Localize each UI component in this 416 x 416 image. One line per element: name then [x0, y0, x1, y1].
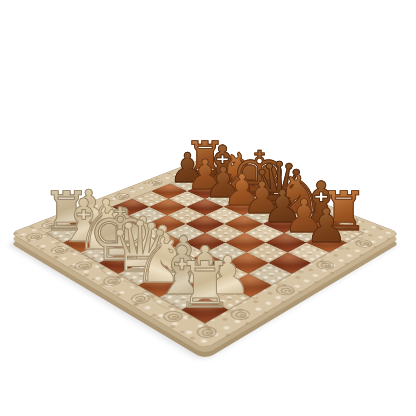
pieces-layer: ♜♝♞♛♚♞♝♜♟♟♟♟♟♟♟♟♟♟♟♟♟♟♟♟♜♝♞♛♚♞♝♜ [0, 0, 416, 416]
chess-piece-black-pawn[interactable]: ♟ [305, 201, 347, 248]
product-photo-scene: ♜♝♞♛♚♞♝♜♟♟♟♟♟♟♟♟♟♟♟♟♟♟♟♟♜♝♞♛♚♞♝♜ [0, 0, 416, 416]
chess-piece-white-rook[interactable]: ♜ [176, 254, 233, 318]
